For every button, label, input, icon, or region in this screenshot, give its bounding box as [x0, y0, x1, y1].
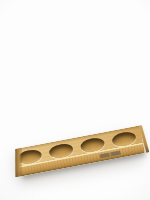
tray-left-end-face: [14, 148, 21, 178]
engraved-brand-stamp: [99, 151, 120, 159]
product-photo-scene: [0, 0, 150, 200]
mancala-tray-board: [15, 125, 145, 176]
